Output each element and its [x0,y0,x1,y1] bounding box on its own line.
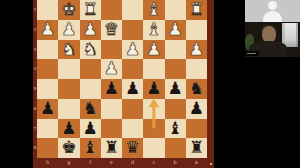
square-h7[interactable] [37,119,58,139]
square-b6[interactable] [165,99,186,119]
white-bishop[interactable]: ♝ [146,0,161,20]
square-c6[interactable] [143,99,164,119]
square-f2[interactable]: ♟ [80,20,101,40]
square-h6[interactable]: ♟ [37,99,58,119]
square-e5[interactable]: ♟ [101,79,122,99]
frame-corner-dot [210,163,212,165]
square-f3[interactable]: ♞ [80,40,101,60]
square-h8[interactable] [37,138,58,158]
square-d7[interactable] [122,119,143,139]
screen: ♚♜♝♜♟♟♟♛♝♟♞♞♟♟♟♟♟♟♟♟♞♟♞♟♟♟♝♚♝♜♛♜ 1234567… [0,0,300,168]
square-c4[interactable] [143,59,164,79]
square-c2[interactable]: ♝ [143,20,164,40]
white-knight[interactable]: ♞ [61,40,76,60]
black-pawn[interactable]: ♟ [40,99,55,119]
rank-label-8: 8 [33,138,37,158]
square-a5[interactable]: ♞ [186,79,207,99]
black-rook[interactable]: ♜ [189,138,204,158]
square-f7[interactable]: ♟ [80,119,101,139]
square-b2[interactable]: ♟ [165,20,186,40]
square-d5[interactable]: ♟ [122,79,143,99]
white-pawn[interactable]: ♟ [146,40,161,60]
white-knight[interactable]: ♞ [83,40,98,60]
square-c1[interactable]: ♝ [143,0,164,20]
white-rook[interactable]: ♜ [83,0,98,20]
white-pawn[interactable]: ♟ [83,20,98,40]
rank-label-3: 3 [33,40,37,60]
square-b1[interactable] [165,0,186,20]
square-h4[interactable] [37,59,58,79]
white-rook[interactable]: ♜ [189,0,204,20]
black-pawn[interactable]: ♟ [61,119,76,139]
white-king[interactable]: ♚ [61,0,76,20]
file-label-b: b [165,158,186,168]
black-pawn[interactable]: ♟ [125,79,140,99]
black-rook[interactable]: ♜ [104,138,119,158]
black-knight[interactable]: ♞ [189,79,204,99]
square-c8[interactable] [143,138,164,158]
chess-board[interactable]: ♚♜♝♜♟♟♟♛♝♟♞♞♟♟♟♟♟♟♟♟♞♟♞♟♟♟♝♚♝♜♛♜ 1234567… [33,0,214,168]
square-d8[interactable]: ♛ [122,138,143,158]
file-label-g: g [58,158,79,168]
file-label-f: f [80,158,101,168]
square-d1[interactable] [122,0,143,20]
square-f5[interactable] [80,79,101,99]
square-g3[interactable]: ♞ [58,40,79,60]
name-tag [245,51,259,56]
black-queen[interactable]: ♛ [125,138,140,158]
square-e2[interactable]: ♛ [101,20,122,40]
square-h2[interactable]: ♟ [37,20,58,40]
white-pawn[interactable]: ♟ [61,20,76,40]
black-pawn[interactable]: ♟ [104,79,119,99]
square-e6[interactable] [101,99,122,119]
square-e3[interactable] [101,40,122,60]
square-h5[interactable] [37,79,58,99]
video-panel [245,0,300,57]
white-pawn[interactable]: ♟ [189,40,204,60]
board-squares: ♚♜♝♜♟♟♟♛♝♟♞♞♟♟♟♟♟♟♟♟♞♟♞♟♟♟♝♚♝♜♛♜ [37,0,207,158]
square-f6[interactable]: ♞ [80,99,101,119]
square-b5[interactable]: ♟ [165,79,186,99]
square-g1[interactable]: ♚ [58,0,79,20]
square-a7[interactable] [186,119,207,139]
square-b3[interactable] [165,40,186,60]
square-d2[interactable] [122,20,143,40]
white-pawn[interactable]: ♟ [104,59,119,79]
square-a1[interactable]: ♜ [186,0,207,20]
square-a3[interactable]: ♟ [186,40,207,60]
file-label-d: d [122,158,143,168]
black-king[interactable]: ♚ [61,138,76,158]
square-g4[interactable] [58,59,79,79]
square-d3[interactable]: ♟ [122,40,143,60]
square-f4[interactable] [80,59,101,79]
square-e4[interactable]: ♟ [101,59,122,79]
square-d6[interactable] [122,99,143,119]
rank-label-1: 1 [33,0,37,20]
white-pawn[interactable]: ♟ [40,20,55,40]
file-label-e: e [101,158,122,168]
square-a8[interactable]: ♜ [186,138,207,158]
square-g7[interactable]: ♟ [58,119,79,139]
square-g2[interactable]: ♟ [58,20,79,40]
square-b7[interactable]: ♝ [165,119,186,139]
rank-label-2: 2 [33,20,37,40]
file-label-h: h [37,158,58,168]
square-e7[interactable] [101,119,122,139]
rank-label-7: 7 [33,119,37,139]
video-placeholder-tile[interactable] [245,0,300,22]
webcam-tile[interactable] [245,22,300,57]
white-pawn[interactable]: ♟ [125,40,140,60]
square-h3[interactable] [37,40,58,60]
silhouette-head [268,1,277,10]
rank-label-5: 5 [33,79,37,99]
square-d4[interactable] [122,59,143,79]
white-pawn[interactable]: ♟ [168,20,183,40]
square-g8[interactable]: ♚ [58,138,79,158]
square-c7[interactable] [143,119,164,139]
square-f1[interactable]: ♜ [80,0,101,20]
black-pawn[interactable]: ♟ [189,99,204,119]
black-pawn[interactable]: ♟ [168,79,183,99]
square-c3[interactable]: ♟ [143,40,164,60]
white-bishop[interactable]: ♝ [146,20,161,40]
silhouette-body [263,11,282,22]
square-a2[interactable] [186,20,207,40]
square-h1[interactable] [37,0,58,20]
black-knight[interactable]: ♞ [83,99,98,119]
square-b4[interactable] [165,59,186,79]
black-pawn[interactable]: ♟ [83,119,98,139]
square-a4[interactable] [186,59,207,79]
black-bishop[interactable]: ♝ [83,138,98,158]
square-b8[interactable] [165,138,186,158]
black-pawn[interactable]: ♟ [146,79,161,99]
rank-label-4: 4 [33,59,37,79]
rank-label-6: 6 [33,99,37,119]
square-f8[interactable]: ♝ [80,138,101,158]
black-bishop[interactable]: ♝ [168,119,183,139]
file-label-a: a [186,158,207,168]
square-c5[interactable]: ♟ [143,79,164,99]
file-label-c: c [143,158,164,168]
square-e8[interactable]: ♜ [101,138,122,158]
white-queen[interactable]: ♛ [104,20,119,40]
square-g6[interactable] [58,99,79,119]
square-g5[interactable] [58,79,79,99]
square-a6[interactable]: ♟ [186,99,207,119]
square-e1[interactable] [101,0,122,20]
